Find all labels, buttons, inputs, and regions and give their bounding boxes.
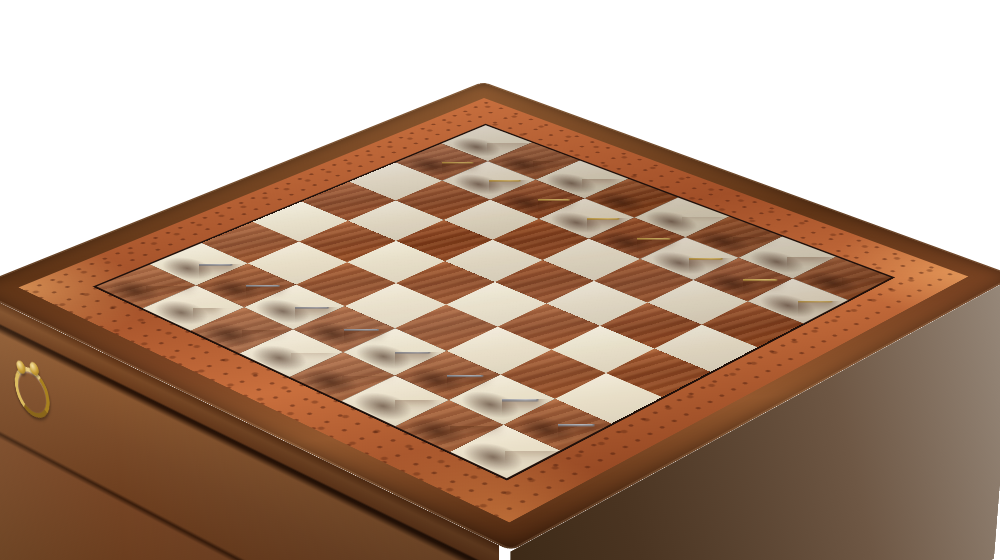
drawer-ring-pull: [11, 363, 54, 422]
piece-glyph: ♜: [383, 314, 627, 467]
ring-mount-ball: [15, 359, 26, 374]
ring-mount-ball: [29, 361, 40, 376]
chess-case-scene: ♜♞♝♛♚♝♞♜♟♟♟♟♟♟♟♟♟♟♟♟♟♟♟♟♜♞♝♛♚♝♞♜: [0, 82, 1000, 551]
piece-glyph: ♟: [686, 210, 909, 314]
photo-canvas: ♜♞♝♛♚♝♞♜♟♟♟♟♟♟♟♟♟♟♟♟♟♟♟♟♜♞♝♛♚♝♞♜: [0, 0, 1000, 560]
